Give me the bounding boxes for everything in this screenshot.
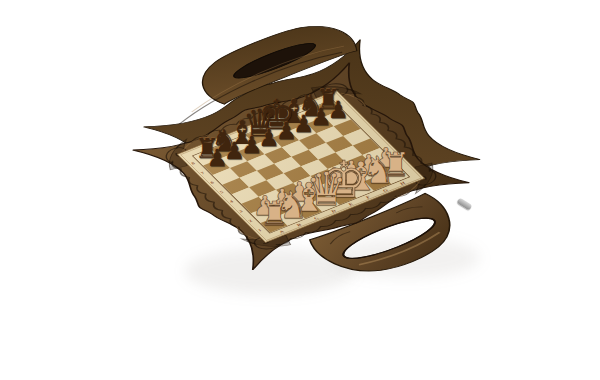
chess-piece-black-pawn[interactable]: ♟: [207, 147, 228, 171]
pieces-layer: ♜♞♝♛♚♝♞♜♟♟♟♟♟♟♟♟♟♟♟♟♟♟♟♟♜♞♝♛♚♝♞♜: [0, 0, 600, 380]
chess-piece-white-rook[interactable]: ♜: [260, 197, 290, 230]
product-photo: 87654321ABCDEFGH ♜♞♝♛♚♝♞♜♟♟♟♟♟♟♟♟♟♟♟♟♟♟♟…: [0, 0, 600, 380]
